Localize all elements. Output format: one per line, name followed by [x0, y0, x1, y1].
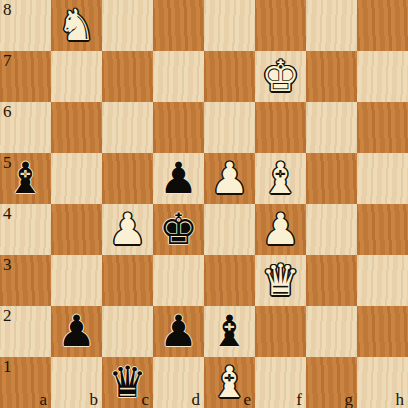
rank-label-7: 7 [3, 51, 12, 70]
square-a3[interactable]: 3 [0, 255, 51, 306]
square-g1[interactable]: g [306, 357, 357, 408]
square-c8[interactable] [102, 0, 153, 51]
file-label-h: h [396, 391, 405, 408]
square-f8[interactable] [255, 0, 306, 51]
rank-label-2: 2 [3, 306, 12, 325]
square-a1[interactable]: 1a [0, 357, 51, 408]
square-e4[interactable] [204, 204, 255, 255]
piece-white-bishop[interactable]: ♝ [255, 153, 306, 204]
square-g8[interactable] [306, 0, 357, 51]
square-g5[interactable] [306, 153, 357, 204]
square-g3[interactable] [306, 255, 357, 306]
square-b8[interactable]: ♞ [51, 0, 102, 51]
square-d8[interactable] [153, 0, 204, 51]
square-h4[interactable] [357, 204, 408, 255]
file-label-b: b [90, 391, 99, 408]
square-b2[interactable]: ♟ [51, 306, 102, 357]
square-g2[interactable] [306, 306, 357, 357]
piece-black-bishop[interactable]: ♝ [0, 153, 51, 204]
square-d2[interactable]: ♟ [153, 306, 204, 357]
square-c5[interactable] [102, 153, 153, 204]
square-f7[interactable]: ♚ [255, 51, 306, 102]
square-c3[interactable] [102, 255, 153, 306]
square-h3[interactable] [357, 255, 408, 306]
file-label-f: f [296, 391, 302, 408]
piece-black-bishop[interactable]: ♝ [204, 306, 255, 357]
square-d5[interactable]: ♟ [153, 153, 204, 204]
piece-white-king[interactable]: ♚ [255, 51, 306, 102]
square-d7[interactable] [153, 51, 204, 102]
square-g7[interactable] [306, 51, 357, 102]
file-label-g: g [345, 391, 354, 408]
square-e7[interactable] [204, 51, 255, 102]
square-h6[interactable] [357, 102, 408, 153]
rank-label-4: 4 [3, 204, 12, 223]
square-e1[interactable]: e♝ [204, 357, 255, 408]
piece-white-pawn[interactable]: ♟ [102, 204, 153, 255]
rank-label-6: 6 [3, 102, 12, 121]
square-f3[interactable]: ♛ [255, 255, 306, 306]
square-c6[interactable] [102, 102, 153, 153]
piece-white-bishop[interactable]: ♝ [204, 357, 255, 408]
square-h5[interactable] [357, 153, 408, 204]
square-g4[interactable] [306, 204, 357, 255]
rank-label-1: 1 [3, 357, 12, 376]
piece-black-queen[interactable]: ♛ [102, 357, 153, 408]
square-f2[interactable] [255, 306, 306, 357]
square-e3[interactable] [204, 255, 255, 306]
square-f1[interactable]: f [255, 357, 306, 408]
piece-white-pawn[interactable]: ♟ [255, 204, 306, 255]
piece-black-pawn[interactable]: ♟ [51, 306, 102, 357]
square-h7[interactable] [357, 51, 408, 102]
file-label-d: d [192, 391, 201, 408]
square-b7[interactable] [51, 51, 102, 102]
chess-board: 8♞7♚65♝♟♟♝4♟♚♟3♛2♟♟♝1abc♛de♝fgh [0, 0, 408, 408]
square-b1[interactable]: b [51, 357, 102, 408]
square-a4[interactable]: 4 [0, 204, 51, 255]
square-h2[interactable] [357, 306, 408, 357]
square-e2[interactable]: ♝ [204, 306, 255, 357]
square-a5[interactable]: 5♝ [0, 153, 51, 204]
square-a8[interactable]: 8 [0, 0, 51, 51]
square-c1[interactable]: c♛ [102, 357, 153, 408]
square-d4[interactable]: ♚ [153, 204, 204, 255]
square-h8[interactable] [357, 0, 408, 51]
piece-black-pawn[interactable]: ♟ [153, 153, 204, 204]
piece-black-king[interactable]: ♚ [153, 204, 204, 255]
square-e6[interactable] [204, 102, 255, 153]
rank-label-3: 3 [3, 255, 12, 274]
chess-diagram: 8♞7♚65♝♟♟♝4♟♚♟3♛2♟♟♝1abc♛de♝fgh [0, 0, 408, 408]
square-f5[interactable]: ♝ [255, 153, 306, 204]
piece-white-knight[interactable]: ♞ [51, 0, 102, 51]
piece-white-pawn[interactable]: ♟ [204, 153, 255, 204]
square-b3[interactable] [51, 255, 102, 306]
square-b5[interactable] [51, 153, 102, 204]
square-e5[interactable]: ♟ [204, 153, 255, 204]
square-d1[interactable]: d [153, 357, 204, 408]
square-b4[interactable] [51, 204, 102, 255]
square-c4[interactable]: ♟ [102, 204, 153, 255]
piece-white-queen[interactable]: ♛ [255, 255, 306, 306]
square-a6[interactable]: 6 [0, 102, 51, 153]
square-c2[interactable] [102, 306, 153, 357]
rank-label-8: 8 [3, 0, 12, 19]
square-h1[interactable]: h [357, 357, 408, 408]
square-e8[interactable] [204, 0, 255, 51]
file-label-a: a [39, 391, 47, 408]
square-d3[interactable] [153, 255, 204, 306]
piece-black-pawn[interactable]: ♟ [153, 306, 204, 357]
square-a7[interactable]: 7 [0, 51, 51, 102]
square-c7[interactable] [102, 51, 153, 102]
square-d6[interactable] [153, 102, 204, 153]
square-f4[interactable]: ♟ [255, 204, 306, 255]
square-f6[interactable] [255, 102, 306, 153]
square-a2[interactable]: 2 [0, 306, 51, 357]
square-b6[interactable] [51, 102, 102, 153]
square-g6[interactable] [306, 102, 357, 153]
